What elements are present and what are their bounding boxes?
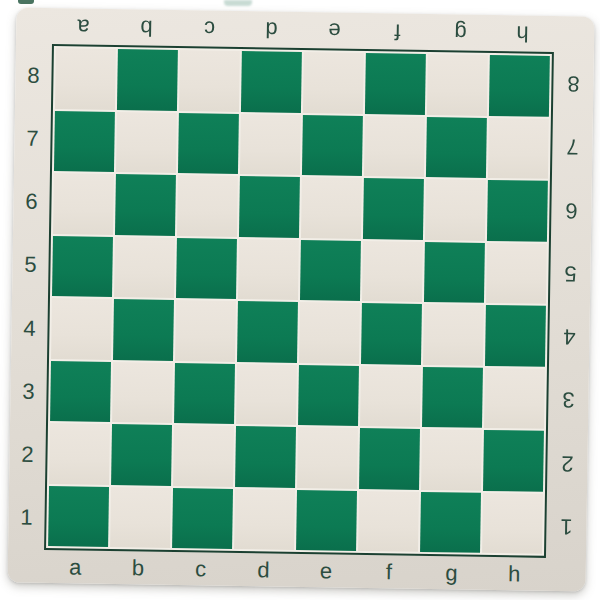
- square-c6: [177, 175, 238, 236]
- square-e5: [300, 239, 361, 300]
- square-g6: [425, 179, 486, 240]
- rank-right-label-6: 6: [551, 178, 592, 242]
- square-e6: [301, 177, 362, 238]
- rank-right-label-8: 8: [553, 52, 594, 116]
- square-f2: [359, 428, 420, 489]
- square-e2: [297, 427, 358, 488]
- product-photo-background: abcdefgh 87654321 87654321 abcdefgh: [0, 0, 600, 600]
- rank-right-label-3: 3: [548, 368, 589, 432]
- square-g8: [427, 54, 488, 115]
- file-bottom-label-c: c: [169, 552, 232, 586]
- chess-board: [44, 44, 554, 558]
- file-bottom-label-a: a: [44, 550, 107, 584]
- square-b8: [117, 49, 178, 110]
- square-c4: [175, 300, 236, 361]
- square-b4: [113, 299, 174, 360]
- square-b5: [114, 237, 175, 298]
- square-d4: [237, 301, 298, 362]
- square-h3: [484, 367, 545, 428]
- rank-right-label-4: 4: [549, 305, 590, 369]
- square-e7: [302, 115, 363, 176]
- rank-left-label-6: 6: [13, 170, 50, 234]
- square-b3: [112, 362, 173, 423]
- square-d7: [240, 114, 301, 175]
- rank-right-label-5: 5: [550, 242, 591, 306]
- rank-left-label-2: 2: [9, 423, 46, 487]
- square-c5: [176, 238, 237, 299]
- square-a6: [53, 173, 114, 234]
- file-top-label-d: d: [240, 11, 303, 48]
- rank-left-label-4: 4: [11, 296, 48, 360]
- square-g1: [420, 491, 481, 552]
- square-g5: [424, 241, 485, 302]
- square-h1: [482, 492, 543, 553]
- file-bottom-label-g: g: [420, 556, 483, 590]
- rank-left-label-7: 7: [14, 107, 51, 171]
- file-top-label-c: c: [177, 10, 240, 47]
- square-b7: [116, 112, 177, 173]
- rank-right-label-7: 7: [552, 115, 593, 179]
- file-bottom-label-f: f: [357, 555, 420, 589]
- file-labels-bottom: abcdefgh: [44, 550, 546, 591]
- square-h4: [485, 305, 546, 366]
- square-a1: [48, 486, 109, 547]
- rank-right-label-1: 1: [546, 495, 587, 559]
- square-b2: [111, 424, 172, 485]
- square-g4: [423, 304, 484, 365]
- square-c2: [173, 425, 234, 486]
- file-top-label-f: f: [366, 13, 429, 50]
- square-a2: [49, 423, 110, 484]
- square-a3: [50, 361, 111, 422]
- square-d2: [235, 426, 296, 487]
- square-g2: [421, 429, 482, 490]
- file-bottom-label-b: b: [106, 551, 169, 585]
- square-b6: [115, 174, 176, 235]
- square-f5: [362, 240, 423, 301]
- file-top-label-e: e: [303, 12, 366, 49]
- square-g3: [422, 366, 483, 427]
- square-d1: [234, 488, 295, 549]
- square-e1: [296, 489, 357, 550]
- square-h5: [486, 242, 547, 303]
- file-top-label-g: g: [428, 14, 491, 51]
- square-a5: [52, 236, 113, 297]
- square-c7: [178, 113, 239, 174]
- vinyl-chess-mat: abcdefgh 87654321 87654321 abcdefgh: [8, 7, 595, 591]
- square-e8: [303, 52, 364, 113]
- square-h2: [483, 430, 544, 491]
- square-c3: [174, 363, 235, 424]
- square-f4: [361, 303, 422, 364]
- photo-artifact: [18, 0, 34, 4]
- square-d3: [236, 364, 297, 425]
- square-b1: [110, 487, 171, 548]
- square-d8: [241, 51, 302, 112]
- square-e3: [298, 364, 359, 425]
- square-d5: [238, 239, 299, 300]
- square-h8: [489, 55, 550, 116]
- square-f6: [363, 178, 424, 239]
- square-f3: [360, 365, 421, 426]
- square-e4: [299, 302, 360, 363]
- square-g7: [426, 116, 487, 177]
- square-h6: [487, 180, 548, 241]
- square-d6: [239, 176, 300, 237]
- rank-right-label-2: 2: [547, 431, 588, 495]
- square-a8: [55, 48, 116, 109]
- file-bottom-label-h: h: [483, 557, 546, 591]
- square-f8: [365, 53, 426, 114]
- rank-left-label-3: 3: [10, 360, 47, 424]
- file-top-label-b: b: [115, 9, 178, 46]
- photo-artifact: [224, 0, 252, 6]
- square-a4: [51, 298, 112, 359]
- file-bottom-label-d: d: [232, 553, 295, 587]
- square-f7: [364, 115, 425, 176]
- rank-labels-right: 87654321: [546, 52, 594, 559]
- square-f1: [358, 490, 419, 551]
- rank-left-label-8: 8: [15, 43, 52, 107]
- file-bottom-label-e: e: [294, 554, 357, 588]
- rank-left-label-1: 1: [8, 486, 45, 550]
- square-c8: [179, 50, 240, 111]
- square-h7: [488, 117, 549, 178]
- square-c1: [172, 488, 233, 549]
- rank-left-label-5: 5: [12, 233, 49, 297]
- file-top-label-h: h: [491, 15, 554, 52]
- square-a7: [54, 111, 115, 172]
- file-top-label-a: a: [52, 8, 115, 45]
